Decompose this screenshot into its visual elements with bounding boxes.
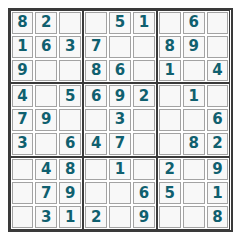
sudoku-box-2: 51786 bbox=[83, 10, 157, 83]
cell-r9c2[interactable]: 3 bbox=[35, 206, 57, 228]
cell-r9c3[interactable]: 1 bbox=[59, 206, 81, 228]
sudoku-box-4: 457936 bbox=[10, 83, 84, 156]
cell-r7c2[interactable]: 4 bbox=[35, 159, 57, 181]
cell-r3c1[interactable]: 9 bbox=[12, 60, 34, 82]
cell-r8c3[interactable]: 9 bbox=[59, 182, 81, 204]
cell-r8c6[interactable]: 6 bbox=[133, 182, 155, 204]
cell-r4c7[interactable] bbox=[159, 85, 181, 107]
cell-r3c3[interactable] bbox=[59, 60, 81, 82]
cell-r2c5[interactable] bbox=[109, 36, 131, 58]
cell-r4c4[interactable]: 6 bbox=[85, 85, 107, 107]
sudoku-box-7: 487931 bbox=[10, 157, 84, 230]
cell-r6c9[interactable]: 2 bbox=[207, 133, 229, 155]
cell-r5c5[interactable]: 3 bbox=[109, 109, 131, 131]
cell-r6c7[interactable] bbox=[159, 133, 181, 155]
cell-r3c6[interactable] bbox=[133, 60, 155, 82]
cell-r3c2[interactable] bbox=[35, 60, 57, 82]
cell-r4c6[interactable]: 2 bbox=[133, 85, 155, 107]
cell-r8c1[interactable] bbox=[12, 182, 34, 204]
cell-r2c6[interactable] bbox=[133, 36, 155, 58]
cell-r1c7[interactable] bbox=[159, 12, 181, 34]
cell-r1c3[interactable] bbox=[59, 12, 81, 34]
cell-r8c4[interactable] bbox=[85, 182, 107, 204]
cell-r5c6[interactable] bbox=[133, 109, 155, 131]
cell-r8c2[interactable]: 7 bbox=[35, 182, 57, 204]
cell-r9c5[interactable] bbox=[109, 206, 131, 228]
cell-r4c1[interactable]: 4 bbox=[12, 85, 34, 107]
cell-r9c7[interactable] bbox=[159, 206, 181, 228]
cell-r5c3[interactable] bbox=[59, 109, 81, 131]
cell-r9c8[interactable] bbox=[183, 206, 205, 228]
cell-r6c1[interactable]: 3 bbox=[12, 133, 34, 155]
cell-r5c1[interactable]: 7 bbox=[12, 109, 34, 131]
cell-r3c8[interactable] bbox=[183, 60, 205, 82]
cell-r2c2[interactable]: 6 bbox=[35, 36, 57, 58]
cell-r1c4[interactable] bbox=[85, 12, 107, 34]
cell-r1c5[interactable]: 5 bbox=[109, 12, 131, 34]
cell-r9c4[interactable]: 2 bbox=[85, 206, 107, 228]
cell-r2c7[interactable]: 8 bbox=[159, 36, 181, 58]
cell-r5c7[interactable] bbox=[159, 109, 181, 131]
cell-r3c7[interactable]: 1 bbox=[159, 60, 181, 82]
cell-r2c9[interactable] bbox=[207, 36, 229, 58]
cell-r1c2[interactable]: 2 bbox=[35, 12, 57, 34]
cell-r7c8[interactable] bbox=[183, 159, 205, 181]
cell-r8c9[interactable]: 1 bbox=[207, 182, 229, 204]
cell-r8c5[interactable] bbox=[109, 182, 131, 204]
cell-r5c4[interactable] bbox=[85, 109, 107, 131]
cell-r9c9[interactable]: 8 bbox=[207, 206, 229, 228]
cell-r4c9[interactable] bbox=[207, 85, 229, 107]
cell-r7c1[interactable] bbox=[12, 159, 34, 181]
cell-r1c1[interactable]: 8 bbox=[12, 12, 34, 34]
cell-r5c2[interactable]: 9 bbox=[35, 109, 57, 131]
cell-r3c9[interactable]: 4 bbox=[207, 60, 229, 82]
cell-r4c5[interactable]: 9 bbox=[109, 85, 131, 107]
cell-r9c1[interactable] bbox=[12, 206, 34, 228]
sudoku-box-5: 692347 bbox=[83, 83, 157, 156]
cell-r8c7[interactable]: 5 bbox=[159, 182, 181, 204]
cell-r5c8[interactable] bbox=[183, 109, 205, 131]
cell-r5c9[interactable]: 6 bbox=[207, 109, 229, 131]
cell-r6c6[interactable] bbox=[133, 133, 155, 155]
cell-r7c3[interactable]: 8 bbox=[59, 159, 81, 181]
cell-r7c6[interactable] bbox=[133, 159, 155, 181]
sudoku-box-6: 1682 bbox=[157, 83, 231, 156]
cell-r6c4[interactable]: 4 bbox=[85, 133, 107, 155]
sudoku-board: 8216395178668914457936692347168248793116… bbox=[8, 8, 233, 232]
cell-r2c3[interactable]: 3 bbox=[59, 36, 81, 58]
cell-r1c6[interactable]: 1 bbox=[133, 12, 155, 34]
cell-r6c5[interactable]: 7 bbox=[109, 133, 131, 155]
cell-r9c6[interactable]: 9 bbox=[133, 206, 155, 228]
sudoku-box-8: 1629 bbox=[83, 157, 157, 230]
cell-r7c5[interactable]: 1 bbox=[109, 159, 131, 181]
cell-r2c4[interactable]: 7 bbox=[85, 36, 107, 58]
cell-r2c1[interactable]: 1 bbox=[12, 36, 34, 58]
cell-r4c2[interactable] bbox=[35, 85, 57, 107]
cell-r4c8[interactable]: 1 bbox=[183, 85, 205, 107]
cell-r3c5[interactable]: 6 bbox=[109, 60, 131, 82]
cell-r6c2[interactable] bbox=[35, 133, 57, 155]
cell-r7c4[interactable] bbox=[85, 159, 107, 181]
sudoku-box-3: 68914 bbox=[157, 10, 231, 83]
cell-r8c8[interactable] bbox=[183, 182, 205, 204]
cell-r6c3[interactable]: 6 bbox=[59, 133, 81, 155]
sudoku-box-1: 821639 bbox=[10, 10, 84, 83]
cell-r1c9[interactable] bbox=[207, 12, 229, 34]
cell-r7c7[interactable]: 2 bbox=[159, 159, 181, 181]
cell-r1c8[interactable]: 6 bbox=[183, 12, 205, 34]
cell-r7c9[interactable]: 9 bbox=[207, 159, 229, 181]
cell-r2c8[interactable]: 9 bbox=[183, 36, 205, 58]
sudoku-box-9: 29518 bbox=[157, 157, 231, 230]
cell-r3c4[interactable]: 8 bbox=[85, 60, 107, 82]
cell-r6c8[interactable]: 8 bbox=[183, 133, 205, 155]
cell-r4c3[interactable]: 5 bbox=[59, 85, 81, 107]
sudoku-page: 8216395178668914457936692347168248793116… bbox=[0, 0, 240, 240]
